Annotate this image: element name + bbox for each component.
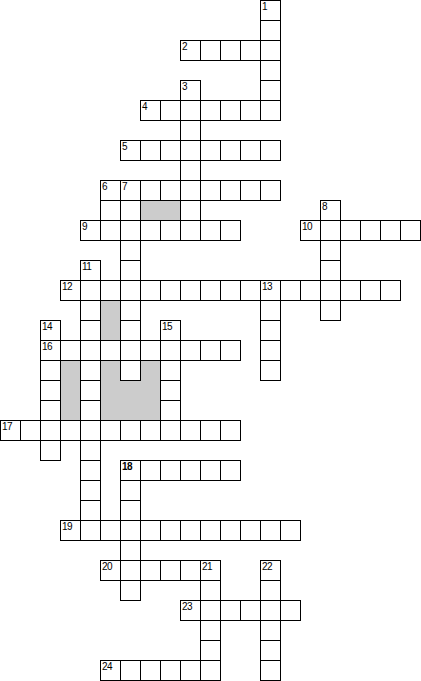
grid-cell[interactable] [300,280,321,301]
grid-cell[interactable] [200,460,221,481]
grid-cell[interactable] [40,340,61,361]
grid-cell[interactable] [120,500,141,521]
grid-cell[interactable] [160,220,181,241]
grid-cell[interactable] [180,660,201,681]
grid-cell[interactable] [40,420,61,441]
grid-cell[interactable] [260,140,281,161]
grid-cell[interactable] [40,400,61,421]
grid-cell[interactable] [320,300,341,321]
grid-cell[interactable] [140,420,161,441]
grid-cell[interactable] [180,460,201,481]
grid-cell[interactable] [260,660,281,681]
grid-cell[interactable] [260,340,281,361]
grid-cell[interactable] [160,180,181,201]
grid-cell[interactable] [140,460,161,481]
grid-cell[interactable] [120,520,141,541]
blocked-cell [120,400,141,421]
grid-cell[interactable] [340,220,361,241]
grid-cell[interactable] [240,520,261,541]
grid-cell[interactable] [140,220,161,241]
grid-cell[interactable] [60,420,81,441]
grid-cell[interactable] [380,220,401,241]
grid-cell[interactable] [180,40,201,61]
grid-cell[interactable] [340,280,361,301]
grid-cell[interactable] [180,120,201,141]
grid-cell[interactable] [220,600,241,621]
grid-cell[interactable] [220,460,241,481]
blocked-cell [140,380,161,401]
grid-cell[interactable] [140,140,161,161]
grid-cell[interactable] [260,40,281,61]
grid-cell[interactable] [100,200,121,221]
grid-cell[interactable] [160,100,181,121]
grid-cell[interactable] [360,220,381,241]
grid-cell[interactable] [100,340,121,361]
grid-cell[interactable] [120,140,141,161]
grid-cell[interactable] [100,220,121,241]
grid-cell[interactable] [140,520,161,541]
grid-cell[interactable] [120,200,141,221]
grid-cell[interactable] [240,140,261,161]
grid-cell[interactable] [100,520,121,541]
grid-cell[interactable] [200,620,221,641]
grid-cell[interactable] [80,260,101,281]
grid-cell[interactable] [100,280,121,301]
grid-cell[interactable] [240,180,261,201]
grid-cell[interactable] [180,340,201,361]
grid-cell[interactable] [360,280,381,301]
grid-cell[interactable] [260,560,281,581]
grid-cell[interactable] [180,80,201,101]
grid-cell[interactable] [260,600,281,621]
grid-cell[interactable] [260,520,281,541]
blocked-cell [100,320,121,341]
grid-cell[interactable] [140,180,161,201]
grid-cell[interactable] [120,540,141,561]
grid-cell[interactable] [260,640,281,661]
grid-cell[interactable] [80,380,101,401]
grid-cell[interactable] [180,100,201,121]
blocked-cell [100,380,121,401]
grid-cell[interactable] [260,0,281,21]
grid-cell[interactable] [140,560,161,581]
grid-cell[interactable] [220,520,241,541]
grid-cell[interactable] [180,520,201,541]
grid-cell[interactable] [280,600,301,621]
grid-cell[interactable] [80,500,101,521]
grid-cell[interactable] [180,560,201,581]
grid-cell[interactable] [200,660,221,681]
grid-cell[interactable] [240,100,261,121]
grid-cell[interactable] [180,160,201,181]
grid-cell[interactable] [60,340,81,361]
grid-cell[interactable] [280,280,301,301]
grid-cell[interactable] [160,140,181,161]
grid-cell[interactable] [160,520,181,541]
blocked-cell [140,400,161,421]
blocked-cell [60,360,81,381]
grid-cell[interactable] [200,180,221,201]
grid-cell[interactable] [160,420,181,441]
grid-cell[interactable] [160,340,181,361]
grid-cell[interactable] [200,100,221,121]
grid-cell[interactable] [120,420,141,441]
grid-cell[interactable] [260,580,281,601]
grid-cell[interactable] [120,300,141,321]
grid-cell[interactable] [380,280,401,301]
grid-cell[interactable] [120,360,141,381]
grid-cell[interactable] [220,180,241,201]
grid-cell[interactable] [160,400,181,421]
grid-cell[interactable] [200,640,221,661]
grid-cell[interactable] [120,480,141,501]
blocked-cell [100,360,121,381]
grid-cell[interactable] [320,200,341,221]
grid-cell[interactable] [160,660,181,681]
grid-cell[interactable] [180,140,201,161]
grid-cell[interactable] [200,600,221,621]
grid-cell[interactable] [100,560,121,581]
grid-cell[interactable] [140,100,161,121]
grid-cell[interactable] [120,220,141,241]
blocked-cell [140,200,161,221]
blocked-cell [100,300,121,321]
grid-cell[interactable] [260,180,281,201]
blocked-cell [60,400,81,421]
grid-cell[interactable] [80,400,101,421]
grid-cell[interactable] [100,180,121,201]
grid-cell[interactable] [120,240,141,261]
grid-cell[interactable] [40,380,61,401]
grid-cell[interactable] [80,420,101,441]
grid-cell[interactable] [260,80,281,101]
grid-cell[interactable] [120,260,141,281]
grid-cell[interactable] [60,520,81,541]
grid-cell[interactable] [140,660,161,681]
grid-cell[interactable] [220,140,241,161]
grid-cell[interactable] [120,660,141,681]
grid-cell[interactable] [220,280,241,301]
grid-cell[interactable] [140,340,161,361]
grid-cell[interactable] [160,280,181,301]
grid-cell[interactable] [260,300,281,321]
grid-cell[interactable] [60,280,81,301]
grid-cell[interactable] [80,300,101,321]
grid-cell[interactable] [40,440,61,461]
grid-cell[interactable] [200,580,221,601]
blocked-cell [160,200,181,221]
grid-cell[interactable] [320,280,341,301]
grid-cell[interactable] [80,520,101,541]
grid-cell[interactable] [260,620,281,641]
grid-cell[interactable] [200,140,221,161]
grid-cell[interactable] [240,40,261,61]
blocked-cell [140,360,161,381]
grid-cell[interactable] [320,260,341,281]
grid-cell[interactable] [0,420,21,441]
grid-cell[interactable] [140,280,161,301]
grid-cell[interactable] [200,220,221,241]
grid-cell[interactable] [220,420,241,441]
blocked-cell [100,400,121,421]
grid-cell[interactable] [220,100,241,121]
grid-cell[interactable] [40,360,61,381]
grid-cell[interactable] [100,660,121,681]
crossword-board: 123456789101112131415161718192021222324 [0,0,421,681]
grid-cell[interactable] [280,520,301,541]
grid-cell[interactable] [180,600,201,621]
grid-cell[interactable] [180,220,201,241]
grid-cell[interactable] [260,100,281,121]
grid-cell[interactable] [80,280,101,301]
grid-cell[interactable] [120,340,141,361]
grid-cell[interactable] [240,280,261,301]
grid-cell[interactable] [120,460,141,481]
blocked-cell [120,380,141,401]
grid-cell[interactable] [80,460,101,481]
grid-cell[interactable] [120,280,141,301]
grid-cell[interactable] [260,360,281,381]
grid-cell[interactable] [200,420,221,441]
grid-cell[interactable] [200,340,221,361]
grid-cell[interactable] [80,360,101,381]
grid-cell[interactable] [120,180,141,201]
grid-cell[interactable] [120,580,141,601]
grid-cell[interactable] [160,360,181,381]
grid-cell[interactable] [40,320,61,341]
grid-cell[interactable] [120,320,141,341]
grid-cell[interactable] [320,240,341,261]
blocked-cell [60,380,81,401]
grid-cell[interactable] [80,480,101,501]
grid-cell[interactable] [80,320,101,341]
grid-cell[interactable] [220,340,241,361]
grid-cell[interactable] [240,600,261,621]
grid-cell[interactable] [400,220,421,241]
grid-cell[interactable] [180,200,201,221]
grid-cell[interactable] [80,220,101,241]
grid-cell[interactable] [20,420,41,441]
grid-cell[interactable] [220,40,241,61]
grid-cell[interactable] [160,460,181,481]
grid-cell[interactable] [120,560,141,581]
grid-cell[interactable] [100,420,121,441]
grid-cell[interactable] [160,380,181,401]
grid-cell[interactable] [180,420,201,441]
grid-cell[interactable] [180,280,201,301]
grid-cell[interactable] [160,560,181,581]
grid-cell[interactable] [180,180,201,201]
grid-cell[interactable] [200,280,221,301]
grid-cell[interactable] [300,220,321,241]
grid-cell[interactable] [80,440,101,461]
grid-cell[interactable] [200,40,221,61]
grid-cell[interactable] [200,560,221,581]
grid-cell[interactable] [160,320,181,341]
grid-cell[interactable] [260,20,281,41]
grid-cell[interactable] [260,320,281,341]
grid-cell[interactable] [260,60,281,81]
grid-cell[interactable] [320,220,341,241]
grid-cell[interactable] [200,520,221,541]
grid-cell[interactable] [260,280,281,301]
grid-cell[interactable] [220,220,241,241]
grid-cell[interactable] [80,340,101,361]
